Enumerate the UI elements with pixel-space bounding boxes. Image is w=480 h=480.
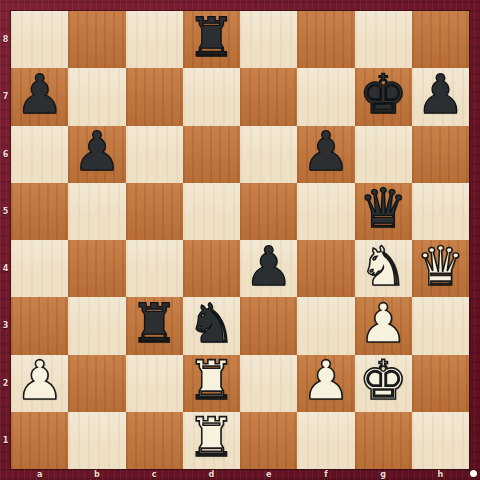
square-h7[interactable]: ♟ — [412, 68, 469, 125]
square-e4[interactable]: ♟ — [240, 240, 297, 297]
square-g4[interactable]: ♞ — [355, 240, 412, 297]
square-c7[interactable] — [126, 68, 183, 125]
square-d3[interactable]: ♞ — [183, 297, 240, 354]
square-f8[interactable] — [297, 11, 354, 68]
square-c5[interactable] — [126, 183, 183, 240]
file-label-d: d — [183, 469, 240, 480]
piece-black-rook[interactable]: ♜ — [130, 297, 178, 351]
square-f3[interactable] — [297, 297, 354, 354]
square-c6[interactable] — [126, 126, 183, 183]
file-label-g: g — [355, 469, 412, 480]
square-h4[interactable]: ♛ — [412, 240, 469, 297]
piece-white-rook[interactable]: ♜ — [187, 411, 235, 465]
square-d6[interactable] — [183, 126, 240, 183]
square-b5[interactable] — [68, 183, 125, 240]
rank-label-3: 3 — [0, 297, 11, 354]
square-a7[interactable]: ♟ — [11, 68, 68, 125]
piece-black-queen[interactable]: ♛ — [359, 182, 407, 236]
square-h3[interactable] — [412, 297, 469, 354]
piece-black-pawn[interactable]: ♟ — [416, 68, 464, 122]
square-d5[interactable] — [183, 183, 240, 240]
square-d1[interactable]: ♜ — [183, 412, 240, 469]
piece-black-king[interactable]: ♚ — [359, 68, 407, 122]
rank-label-6: 6 — [0, 126, 11, 183]
piece-white-knight[interactable]: ♞ — [359, 240, 407, 294]
square-d7[interactable] — [183, 68, 240, 125]
square-e5[interactable] — [240, 183, 297, 240]
square-e7[interactable] — [240, 68, 297, 125]
piece-black-knight[interactable]: ♞ — [187, 297, 235, 351]
file-label-c: c — [126, 469, 183, 480]
square-e6[interactable] — [240, 126, 297, 183]
square-c2[interactable] — [126, 355, 183, 412]
square-f1[interactable] — [297, 412, 354, 469]
file-label-b: b — [68, 469, 125, 480]
square-b7[interactable] — [68, 68, 125, 125]
piece-black-pawn[interactable]: ♟ — [302, 125, 350, 179]
rank-label-5: 5 — [0, 183, 11, 240]
square-a6[interactable] — [11, 126, 68, 183]
piece-black-pawn[interactable]: ♟ — [15, 68, 63, 122]
square-g6[interactable] — [355, 126, 412, 183]
square-f6[interactable]: ♟ — [297, 126, 354, 183]
piece-black-pawn[interactable]: ♟ — [244, 240, 292, 294]
square-c3[interactable]: ♜ — [126, 297, 183, 354]
rank-label-2: 2 — [0, 355, 11, 412]
square-h5[interactable] — [412, 183, 469, 240]
square-f4[interactable] — [297, 240, 354, 297]
square-e3[interactable] — [240, 297, 297, 354]
square-b2[interactable] — [68, 355, 125, 412]
square-a8[interactable] — [11, 11, 68, 68]
square-c4[interactable] — [126, 240, 183, 297]
square-a3[interactable] — [11, 297, 68, 354]
square-b8[interactable] — [68, 11, 125, 68]
square-e2[interactable] — [240, 355, 297, 412]
rank-label-1: 1 — [0, 412, 11, 469]
square-g7[interactable]: ♚ — [355, 68, 412, 125]
square-c1[interactable] — [126, 412, 183, 469]
square-h8[interactable] — [412, 11, 469, 68]
square-g1[interactable] — [355, 412, 412, 469]
piece-white-king[interactable]: ♚ — [359, 354, 407, 408]
piece-white-rook[interactable]: ♜ — [187, 354, 235, 408]
white-to-move-indicator — [470, 470, 477, 477]
square-g2[interactable]: ♚ — [355, 355, 412, 412]
square-h6[interactable] — [412, 126, 469, 183]
square-a1[interactable] — [11, 412, 68, 469]
chessboard-frame: ♜♟♚♟♟♟♛♟♞♛♜♞♟♟♜♟♚♜ 87654321 abcdefgh — [0, 0, 480, 480]
square-e1[interactable] — [240, 412, 297, 469]
rank-label-4: 4 — [0, 240, 11, 297]
square-g3[interactable]: ♟ — [355, 297, 412, 354]
file-label-f: f — [297, 469, 354, 480]
square-d4[interactable] — [183, 240, 240, 297]
square-h1[interactable] — [412, 412, 469, 469]
file-label-e: e — [240, 469, 297, 480]
square-f5[interactable] — [297, 183, 354, 240]
piece-black-pawn[interactable]: ♟ — [73, 125, 121, 179]
piece-black-rook[interactable]: ♜ — [187, 11, 235, 65]
file-label-a: a — [11, 469, 68, 480]
piece-white-pawn[interactable]: ♟ — [302, 354, 350, 408]
file-label-h: h — [412, 469, 469, 480]
square-b4[interactable] — [68, 240, 125, 297]
file-labels: abcdefgh — [11, 469, 469, 480]
square-g5[interactable]: ♛ — [355, 183, 412, 240]
square-d8[interactable]: ♜ — [183, 11, 240, 68]
square-e8[interactable] — [240, 11, 297, 68]
rank-labels: 87654321 — [0, 11, 11, 469]
square-b1[interactable] — [68, 412, 125, 469]
square-d2[interactable]: ♜ — [183, 355, 240, 412]
square-b3[interactable] — [68, 297, 125, 354]
board: ♜♟♚♟♟♟♛♟♞♛♜♞♟♟♜♟♚♜ — [11, 11, 469, 469]
square-a4[interactable] — [11, 240, 68, 297]
square-b6[interactable]: ♟ — [68, 126, 125, 183]
square-c8[interactable] — [126, 11, 183, 68]
square-a2[interactable]: ♟ — [11, 355, 68, 412]
rank-label-7: 7 — [0, 68, 11, 125]
square-h2[interactable] — [412, 355, 469, 412]
piece-white-queen[interactable]: ♛ — [416, 240, 464, 294]
square-f7[interactable] — [297, 68, 354, 125]
rank-label-8: 8 — [0, 11, 11, 68]
piece-white-pawn[interactable]: ♟ — [15, 354, 63, 408]
square-a5[interactable] — [11, 183, 68, 240]
square-f2[interactable]: ♟ — [297, 355, 354, 412]
piece-white-pawn[interactable]: ♟ — [359, 297, 407, 351]
square-g8[interactable] — [355, 11, 412, 68]
